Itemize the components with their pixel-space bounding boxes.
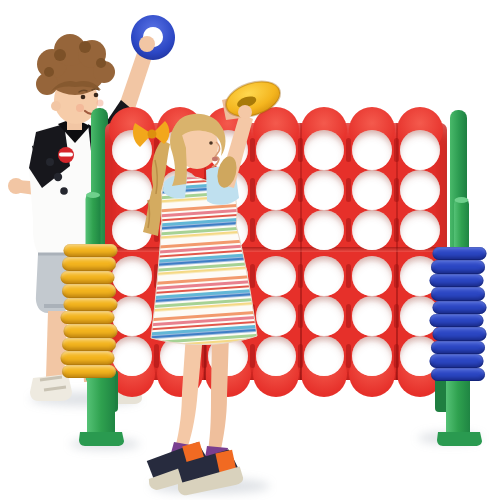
stored-blue-ring[interactable] <box>431 341 485 354</box>
stored-blue-ring[interactable] <box>433 327 487 340</box>
stored-yellow-ring[interactable] <box>61 351 115 364</box>
stored-yellow-ring[interactable] <box>61 271 115 284</box>
stored-yellow-ring[interactable] <box>64 324 118 337</box>
left-leg <box>79 370 124 446</box>
yellow-ring-stack[interactable] <box>62 244 116 378</box>
product-photo-stage <box>0 0 500 500</box>
stored-blue-ring[interactable] <box>430 314 484 327</box>
stored-blue-ring[interactable] <box>430 274 484 287</box>
stored-yellow-ring[interactable] <box>64 244 118 257</box>
right-leg <box>435 370 482 446</box>
stored-blue-ring[interactable] <box>431 287 485 300</box>
stored-blue-ring[interactable] <box>431 368 485 381</box>
stored-blue-ring[interactable] <box>431 260 485 273</box>
stored-yellow-ring[interactable] <box>62 338 116 351</box>
stored-blue-ring[interactable] <box>430 354 484 367</box>
stored-blue-ring[interactable] <box>433 301 487 314</box>
stored-yellow-ring[interactable] <box>62 257 116 270</box>
stored-yellow-ring[interactable] <box>62 365 116 378</box>
stored-yellow-ring[interactable] <box>61 311 115 324</box>
stored-yellow-ring[interactable] <box>62 284 116 297</box>
blue-ring-stack[interactable] <box>431 247 485 381</box>
stored-yellow-ring[interactable] <box>64 298 118 311</box>
stored-blue-ring[interactable] <box>433 247 487 260</box>
